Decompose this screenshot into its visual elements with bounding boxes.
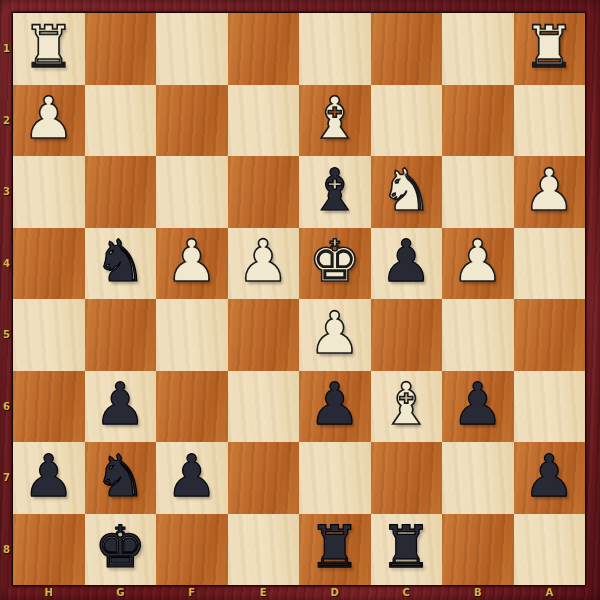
- black-bishop-d3[interactable]: ♝: [309, 161, 361, 219]
- square-d4[interactable]: ♚: [299, 228, 371, 300]
- square-a3[interactable]: ♟: [514, 156, 586, 228]
- white-rook-h1[interactable]: ♜: [23, 18, 75, 76]
- file-label-c: C: [371, 584, 443, 600]
- square-f1[interactable]: [156, 13, 228, 85]
- square-f3[interactable]: [156, 156, 228, 228]
- rank-label-5: 5: [0, 299, 13, 371]
- square-b2[interactable]: [442, 85, 514, 157]
- square-g8[interactable]: ♚: [85, 514, 157, 586]
- square-h7[interactable]: ♟: [13, 442, 85, 514]
- square-d3[interactable]: ♝: [299, 156, 371, 228]
- square-c7[interactable]: [371, 442, 443, 514]
- file-label-a: A: [514, 584, 586, 600]
- square-g1[interactable]: [85, 13, 157, 85]
- black-pawn-f7[interactable]: ♟: [166, 447, 218, 505]
- square-f8[interactable]: [156, 514, 228, 586]
- file-labels: HGFEDCBA: [13, 584, 585, 600]
- square-d1[interactable]: [299, 13, 371, 85]
- square-a2[interactable]: [514, 85, 586, 157]
- square-f2[interactable]: [156, 85, 228, 157]
- black-pawn-a7[interactable]: ♟: [523, 447, 575, 505]
- square-a8[interactable]: [514, 514, 586, 586]
- white-pawn-h2[interactable]: ♟: [23, 89, 75, 147]
- square-b3[interactable]: [442, 156, 514, 228]
- rank-label-8: 8: [0, 514, 13, 586]
- white-pawn-a3[interactable]: ♟: [523, 161, 575, 219]
- square-c3[interactable]: ♞: [371, 156, 443, 228]
- file-label-f: F: [156, 584, 228, 600]
- square-a5[interactable]: [514, 299, 586, 371]
- square-b4[interactable]: ♟: [442, 228, 514, 300]
- square-c4[interactable]: ♟: [371, 228, 443, 300]
- square-g6[interactable]: ♟: [85, 371, 157, 443]
- file-label-h: H: [13, 584, 85, 600]
- square-e8[interactable]: [228, 514, 300, 586]
- black-pawn-b6[interactable]: ♟: [452, 375, 504, 433]
- chess-board: ♜♜♟♝♝♞♟♞♟♟♚♟♟♟♟♟♝♟♟♞♟♟♚♜♜: [13, 13, 585, 585]
- rank-label-6: 6: [0, 371, 13, 443]
- black-pawn-d6[interactable]: ♟: [309, 375, 361, 433]
- square-f5[interactable]: [156, 299, 228, 371]
- square-e3[interactable]: [228, 156, 300, 228]
- square-a1[interactable]: ♜: [514, 13, 586, 85]
- white-rook-a1[interactable]: ♜: [523, 18, 575, 76]
- square-g7[interactable]: ♞: [85, 442, 157, 514]
- square-d8[interactable]: ♜: [299, 514, 371, 586]
- white-pawn-f4[interactable]: ♟: [166, 232, 218, 290]
- square-g5[interactable]: [85, 299, 157, 371]
- black-rook-d8[interactable]: ♜: [309, 518, 361, 576]
- square-d2[interactable]: ♝: [299, 85, 371, 157]
- square-a6[interactable]: [514, 371, 586, 443]
- square-a4[interactable]: [514, 228, 586, 300]
- square-f4[interactable]: ♟: [156, 228, 228, 300]
- white-bishop-d2[interactable]: ♝: [309, 89, 361, 147]
- rank-label-2: 2: [0, 85, 13, 157]
- square-h6[interactable]: [13, 371, 85, 443]
- square-h8[interactable]: [13, 514, 85, 586]
- rank-label-3: 3: [0, 156, 13, 228]
- black-pawn-h7[interactable]: ♟: [23, 447, 75, 505]
- square-d7[interactable]: [299, 442, 371, 514]
- square-b8[interactable]: [442, 514, 514, 586]
- square-c6[interactable]: ♝: [371, 371, 443, 443]
- file-label-d: D: [299, 584, 371, 600]
- square-a7[interactable]: ♟: [514, 442, 586, 514]
- black-knight-g4[interactable]: ♞: [94, 232, 146, 290]
- file-label-e: E: [228, 584, 300, 600]
- square-c5[interactable]: [371, 299, 443, 371]
- square-d5[interactable]: ♟: [299, 299, 371, 371]
- rank-labels: 12345678: [0, 13, 13, 585]
- black-knight-g7[interactable]: ♞: [94, 447, 146, 505]
- square-e6[interactable]: [228, 371, 300, 443]
- square-b6[interactable]: ♟: [442, 371, 514, 443]
- square-b5[interactable]: [442, 299, 514, 371]
- square-h4[interactable]: [13, 228, 85, 300]
- square-e7[interactable]: [228, 442, 300, 514]
- square-f6[interactable]: [156, 371, 228, 443]
- square-e4[interactable]: ♟: [228, 228, 300, 300]
- square-b1[interactable]: [442, 13, 514, 85]
- square-c8[interactable]: ♜: [371, 514, 443, 586]
- white-pawn-d5[interactable]: ♟: [309, 304, 361, 362]
- square-h2[interactable]: ♟: [13, 85, 85, 157]
- square-e2[interactable]: [228, 85, 300, 157]
- rank-label-4: 4: [0, 228, 13, 300]
- square-c2[interactable]: [371, 85, 443, 157]
- black-rook-c8[interactable]: ♜: [380, 518, 432, 576]
- rank-label-7: 7: [0, 442, 13, 514]
- square-g4[interactable]: ♞: [85, 228, 157, 300]
- square-d6[interactable]: ♟: [299, 371, 371, 443]
- square-g3[interactable]: [85, 156, 157, 228]
- square-f7[interactable]: ♟: [156, 442, 228, 514]
- white-king-d4[interactable]: ♚: [309, 232, 361, 290]
- square-c1[interactable]: [371, 13, 443, 85]
- file-label-b: B: [442, 584, 514, 600]
- black-pawn-c4[interactable]: ♟: [380, 232, 432, 290]
- black-pawn-g6[interactable]: ♟: [94, 375, 146, 433]
- square-e1[interactable]: [228, 13, 300, 85]
- rank-label-1: 1: [0, 13, 13, 85]
- chess-board-frame: ♜♜♟♝♝♞♟♞♟♟♚♟♟♟♟♟♝♟♟♞♟♟♚♜♜ 12345678 HGFED…: [0, 0, 600, 600]
- white-bishop-c6[interactable]: ♝: [380, 375, 432, 433]
- file-label-g: G: [85, 584, 157, 600]
- square-e5[interactable]: [228, 299, 300, 371]
- square-g2[interactable]: [85, 85, 157, 157]
- square-b7[interactable]: [442, 442, 514, 514]
- white-pawn-b4[interactable]: ♟: [452, 232, 504, 290]
- square-h3[interactable]: [13, 156, 85, 228]
- black-king-g8[interactable]: ♚: [94, 518, 146, 576]
- white-pawn-e4[interactable]: ♟: [237, 232, 289, 290]
- square-h5[interactable]: [13, 299, 85, 371]
- square-h1[interactable]: ♜: [13, 13, 85, 85]
- white-knight-c3[interactable]: ♞: [380, 161, 432, 219]
